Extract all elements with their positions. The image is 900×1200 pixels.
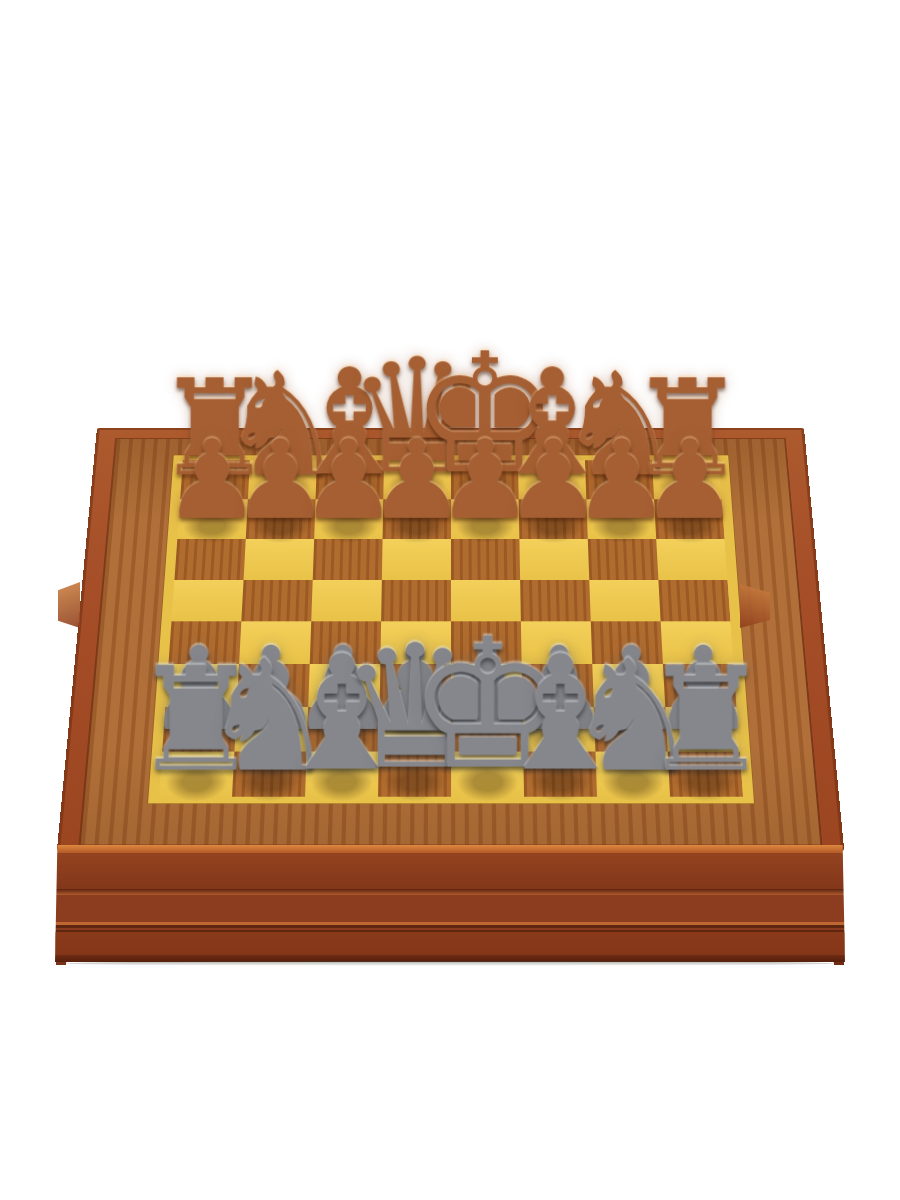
- box-front-band: [55, 932, 845, 955]
- box-contact-shadow: [66, 961, 834, 966]
- chess-set-photo: ♜♞♝♛♚♝♞♜♟♟♟♟♟♟♟♟♟♟♟♟♟♟♟♟♜♞♝♛♚♝♞♜: [0, 0, 900, 1200]
- box-front-lip: [55, 845, 845, 853]
- box-front-band: [55, 853, 845, 889]
- box-front: [55, 845, 845, 966]
- box-front-groove: [55, 922, 845, 932]
- piece-white-rook-h1[interactable]: ♜: [611, 569, 798, 788]
- chess-board: ♜♞♝♛♚♝♞♜♟♟♟♟♟♟♟♟♟♟♟♟♟♟♟♟♜♞♝♛♚♝♞♜: [56, 428, 843, 850]
- box-front-band: [55, 895, 845, 922]
- pawn-glyph: ♟: [640, 430, 738, 530]
- piece-black-pawn-h7[interactable]: ♟: [601, 326, 777, 531]
- rook-glyph: ♜: [641, 655, 770, 787]
